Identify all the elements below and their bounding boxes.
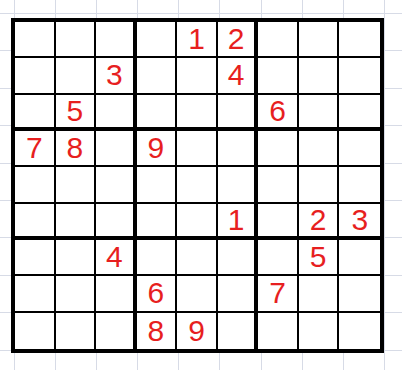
cell-r1c5[interactable]: 1 [177, 22, 218, 58]
cell-r9c9[interactable] [339, 313, 380, 349]
cell-r9c5[interactable]: 9 [177, 313, 218, 349]
cell-r6c3[interactable] [96, 204, 137, 240]
cell-r9c6[interactable] [218, 313, 259, 349]
cell-r6c5[interactable] [177, 204, 218, 240]
cell-r7c2[interactable] [56, 240, 97, 276]
cell-r6c7[interactable] [258, 204, 299, 240]
cell-r6c6[interactable]: 1 [218, 204, 259, 240]
cell-r2c1[interactable] [15, 58, 56, 94]
cell-r7c3[interactable]: 4 [96, 240, 137, 276]
cell-r3c2[interactable]: 5 [56, 95, 97, 131]
cell-r1c3[interactable] [96, 22, 137, 58]
cell-r2c7[interactable] [258, 58, 299, 94]
cell-r9c2[interactable] [56, 313, 97, 349]
cell-r4c8[interactable] [299, 131, 340, 167]
cell-r4c7[interactable] [258, 131, 299, 167]
cell-r8c5[interactable] [177, 276, 218, 312]
cell-r4c2[interactable]: 8 [56, 131, 97, 167]
cell-r3c5[interactable] [177, 95, 218, 131]
cell-r2c2[interactable] [56, 58, 97, 94]
cell-r7c5[interactable] [177, 240, 218, 276]
cell-r5c5[interactable] [177, 167, 218, 203]
cell-r2c6[interactable]: 4 [218, 58, 259, 94]
cell-r7c4[interactable] [137, 240, 178, 276]
cell-r3c9[interactable] [339, 95, 380, 131]
cell-r3c3[interactable] [96, 95, 137, 131]
cell-r7c6[interactable] [218, 240, 259, 276]
cell-r2c3[interactable]: 3 [96, 58, 137, 94]
cell-r5c2[interactable] [56, 167, 97, 203]
sudoku-board: 123456789123456789 [11, 18, 384, 353]
cell-r1c1[interactable] [15, 22, 56, 58]
cell-r8c9[interactable] [339, 276, 380, 312]
cell-r8c1[interactable] [15, 276, 56, 312]
cell-r3c7[interactable]: 6 [258, 95, 299, 131]
cell-r1c8[interactable] [299, 22, 340, 58]
cell-r8c4[interactable]: 6 [137, 276, 178, 312]
cell-r5c9[interactable] [339, 167, 380, 203]
cell-r7c8[interactable]: 5 [299, 240, 340, 276]
cell-r9c8[interactable] [299, 313, 340, 349]
cell-r2c5[interactable] [177, 58, 218, 94]
cell-r3c6[interactable] [218, 95, 259, 131]
cell-r9c7[interactable] [258, 313, 299, 349]
cell-r7c7[interactable] [258, 240, 299, 276]
cell-r8c7[interactable]: 7 [258, 276, 299, 312]
cell-r1c7[interactable] [258, 22, 299, 58]
cell-r4c1[interactable]: 7 [15, 131, 56, 167]
cell-r5c7[interactable] [258, 167, 299, 203]
cell-r8c3[interactable] [96, 276, 137, 312]
cell-r5c6[interactable] [218, 167, 259, 203]
cell-r4c4[interactable]: 9 [137, 131, 178, 167]
cell-r1c2[interactable] [56, 22, 97, 58]
cell-r4c3[interactable] [96, 131, 137, 167]
cell-r9c1[interactable] [15, 313, 56, 349]
sudoku-page: 123456789123456789 [0, 0, 402, 370]
cell-r9c4[interactable]: 8 [137, 313, 178, 349]
cell-r8c8[interactable] [299, 276, 340, 312]
cell-r9c3[interactable] [96, 313, 137, 349]
cell-r8c2[interactable] [56, 276, 97, 312]
cell-r1c6[interactable]: 2 [218, 22, 259, 58]
cell-r5c3[interactable] [96, 167, 137, 203]
cell-r1c9[interactable] [339, 22, 380, 58]
cell-r4c5[interactable] [177, 131, 218, 167]
cell-r4c9[interactable] [339, 131, 380, 167]
cell-r8c6[interactable] [218, 276, 259, 312]
cell-r6c9[interactable]: 3 [339, 204, 380, 240]
cell-r3c8[interactable] [299, 95, 340, 131]
cell-r3c1[interactable] [15, 95, 56, 131]
cell-r6c1[interactable] [15, 204, 56, 240]
cell-r5c1[interactable] [15, 167, 56, 203]
cell-r5c4[interactable] [137, 167, 178, 203]
cell-r2c8[interactable] [299, 58, 340, 94]
cell-r2c4[interactable] [137, 58, 178, 94]
cell-r7c1[interactable] [15, 240, 56, 276]
cell-r1c4[interactable] [137, 22, 178, 58]
cell-r6c8[interactable]: 2 [299, 204, 340, 240]
cell-r7c9[interactable] [339, 240, 380, 276]
cell-r3c4[interactable] [137, 95, 178, 131]
cell-r4c6[interactable] [218, 131, 259, 167]
cell-r6c2[interactable] [56, 204, 97, 240]
cell-r5c8[interactable] [299, 167, 340, 203]
cell-r6c4[interactable] [137, 204, 178, 240]
cell-r2c9[interactable] [339, 58, 380, 94]
